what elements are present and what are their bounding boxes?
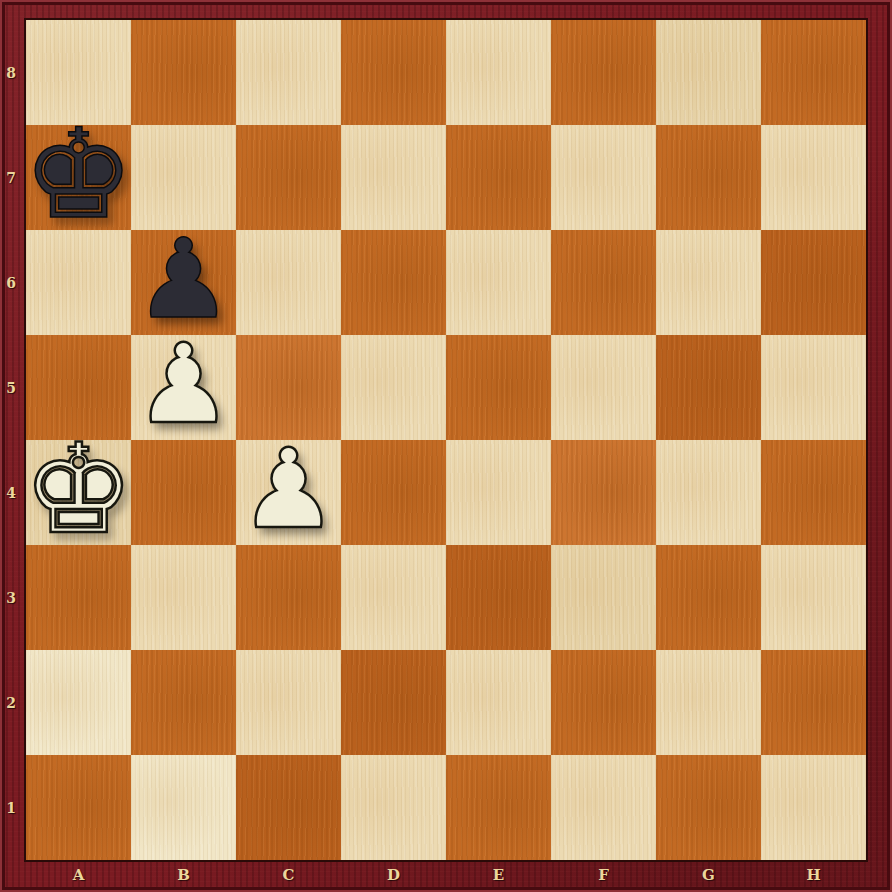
square-d3[interactable] <box>341 545 446 650</box>
square-h3[interactable] <box>761 545 866 650</box>
square-c4[interactable]: ♟ <box>236 440 341 545</box>
square-b5[interactable]: ♟ <box>131 335 236 440</box>
square-b2[interactable] <box>131 650 236 755</box>
square-c1[interactable] <box>236 755 341 860</box>
square-h1[interactable] <box>761 755 866 860</box>
square-e1[interactable] <box>446 755 551 860</box>
square-g7[interactable] <box>656 125 761 230</box>
square-e4[interactable] <box>446 440 551 545</box>
square-g3[interactable] <box>656 545 761 650</box>
file-label-h: H <box>761 860 866 892</box>
square-b3[interactable] <box>131 545 236 650</box>
black-pawn-b6[interactable]: ♟ <box>134 227 233 332</box>
square-b1[interactable] <box>131 755 236 860</box>
square-f3[interactable] <box>551 545 656 650</box>
square-f2[interactable] <box>551 650 656 755</box>
square-d5[interactable] <box>341 335 446 440</box>
square-g4[interactable] <box>656 440 761 545</box>
file-label-c: C <box>236 860 341 892</box>
file-label-b: B <box>131 860 236 892</box>
square-d6[interactable] <box>341 230 446 335</box>
square-e3[interactable] <box>446 545 551 650</box>
square-d2[interactable] <box>341 650 446 755</box>
square-g1[interactable] <box>656 755 761 860</box>
square-e2[interactable] <box>446 650 551 755</box>
square-a6[interactable] <box>26 230 131 335</box>
square-d7[interactable] <box>341 125 446 230</box>
file-label-f: F <box>551 860 656 892</box>
square-h5[interactable] <box>761 335 866 440</box>
square-d8[interactable] <box>341 20 446 125</box>
square-f4[interactable] <box>551 440 656 545</box>
square-a1[interactable] <box>26 755 131 860</box>
square-b4[interactable] <box>131 440 236 545</box>
square-f5[interactable] <box>551 335 656 440</box>
square-e6[interactable] <box>446 230 551 335</box>
file-label-a: A <box>26 860 131 892</box>
file-labels: ABCDEFGH <box>26 860 866 892</box>
square-d4[interactable] <box>341 440 446 545</box>
rank-label-2: 2 <box>0 650 26 755</box>
square-h8[interactable] <box>761 20 866 125</box>
square-g8[interactable] <box>656 20 761 125</box>
square-h2[interactable] <box>761 650 866 755</box>
square-g6[interactable] <box>656 230 761 335</box>
file-label-e: E <box>446 860 551 892</box>
square-a3[interactable] <box>26 545 131 650</box>
square-e5[interactable] <box>446 335 551 440</box>
square-f1[interactable] <box>551 755 656 860</box>
white-king-a4[interactable]: ♚ <box>23 437 134 542</box>
square-c8[interactable] <box>236 20 341 125</box>
white-pawn-b5[interactable]: ♟ <box>134 332 233 437</box>
black-king-a7[interactable]: ♚ <box>23 122 134 227</box>
square-g5[interactable] <box>656 335 761 440</box>
square-c6[interactable] <box>236 230 341 335</box>
square-f7[interactable] <box>551 125 656 230</box>
square-f6[interactable] <box>551 230 656 335</box>
square-b8[interactable] <box>131 20 236 125</box>
square-c7[interactable] <box>236 125 341 230</box>
square-f8[interactable] <box>551 20 656 125</box>
square-h6[interactable] <box>761 230 866 335</box>
rank-label-1: 1 <box>0 755 26 860</box>
white-pawn-c4[interactable]: ♟ <box>239 437 338 542</box>
square-c2[interactable] <box>236 650 341 755</box>
file-label-g: G <box>656 860 761 892</box>
chess-board: ♚♟♟♚♟ <box>26 20 866 860</box>
square-e7[interactable] <box>446 125 551 230</box>
square-h7[interactable] <box>761 125 866 230</box>
square-h4[interactable] <box>761 440 866 545</box>
square-d1[interactable] <box>341 755 446 860</box>
square-c3[interactable] <box>236 545 341 650</box>
chess-board-frame: 87654321 ABCDEFGH ♚♟♟♚♟ <box>0 0 892 892</box>
square-a2[interactable] <box>26 650 131 755</box>
file-label-d: D <box>341 860 446 892</box>
square-e8[interactable] <box>446 20 551 125</box>
square-g2[interactable] <box>656 650 761 755</box>
square-a7[interactable]: ♚ <box>26 125 131 230</box>
square-a4[interactable]: ♚ <box>26 440 131 545</box>
